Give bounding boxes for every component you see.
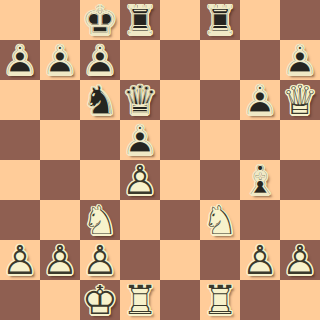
pawn-outline-glyph: ♙ [0,240,40,280]
square-d6[interactable]: ♛♕ [120,80,160,120]
piece-white-pawn[interactable]: ♟♙ [240,240,280,280]
knight-outline-glyph: ♘ [80,80,120,120]
pawn-outline-glyph: ♙ [80,240,120,280]
piece-white-pawn[interactable]: ♟♙ [280,240,320,280]
queen-filled-glyph: ♛ [280,80,320,120]
square-f4[interactable] [200,160,240,200]
pawn-filled-glyph: ♟ [80,240,120,280]
king-filled-glyph: ♚ [80,0,120,40]
square-h1[interactable] [280,280,320,320]
queen-outline-glyph: ♕ [120,80,160,120]
square-b7[interactable]: ♟♙ [40,40,80,80]
pawn-filled-glyph: ♟ [280,240,320,280]
queen-filled-glyph: ♛ [120,80,160,120]
pawn-outline-glyph: ♙ [0,40,40,80]
pawn-filled-glyph: ♟ [240,80,280,120]
square-e1[interactable] [160,280,200,320]
square-h5[interactable] [280,120,320,160]
square-h8[interactable] [280,0,320,40]
rook-filled-glyph: ♜ [120,280,160,320]
piece-white-king[interactable]: ♚♔ [80,280,120,320]
piece-white-rook[interactable]: ♜♖ [200,280,240,320]
square-a6[interactable] [0,80,40,120]
square-g8[interactable] [240,0,280,40]
square-g7[interactable] [240,40,280,80]
rook-filled-glyph: ♜ [200,0,240,40]
king-outline-glyph: ♔ [80,0,120,40]
square-f2[interactable] [200,240,240,280]
square-c4[interactable] [80,160,120,200]
knight-filled-glyph: ♞ [80,200,120,240]
square-d7[interactable] [120,40,160,80]
bishop-outline-glyph: ♗ [240,160,280,200]
piece-black-rook[interactable]: ♜♖ [120,0,160,40]
square-c7[interactable]: ♟♙ [80,40,120,80]
piece-black-pawn[interactable]: ♟♙ [0,40,40,80]
pawn-filled-glyph: ♟ [80,40,120,80]
piece-white-pawn[interactable]: ♟♙ [120,160,160,200]
square-c8[interactable]: ♚♔ [80,0,120,40]
piece-black-king[interactable]: ♚♔ [80,0,120,40]
piece-white-pawn[interactable]: ♟♙ [40,240,80,280]
pawn-outline-glyph: ♙ [120,160,160,200]
square-f5[interactable] [200,120,240,160]
piece-black-rook[interactable]: ♜♖ [200,0,240,40]
square-c1[interactable]: ♚♔ [80,280,120,320]
rook-outline-glyph: ♖ [200,0,240,40]
square-d1[interactable]: ♜♖ [120,280,160,320]
square-e5[interactable] [160,120,200,160]
pawn-outline-glyph: ♙ [240,80,280,120]
square-c5[interactable] [80,120,120,160]
square-b5[interactable] [40,120,80,160]
square-g3[interactable] [240,200,280,240]
square-h4[interactable] [280,160,320,200]
square-d3[interactable] [120,200,160,240]
square-c3[interactable]: ♞♘ [80,200,120,240]
knight-outline-glyph: ♘ [200,200,240,240]
square-c2[interactable]: ♟♙ [80,240,120,280]
pawn-filled-glyph: ♟ [0,40,40,80]
square-f6[interactable] [200,80,240,120]
square-b2[interactable]: ♟♙ [40,240,80,280]
square-f3[interactable]: ♞♘ [200,200,240,240]
square-a2[interactable]: ♟♙ [0,240,40,280]
pawn-outline-glyph: ♙ [120,120,160,160]
king-outline-glyph: ♔ [80,280,120,320]
piece-black-queen[interactable]: ♛♕ [120,80,160,120]
square-g2[interactable]: ♟♙ [240,240,280,280]
square-d5[interactable]: ♟♙ [120,120,160,160]
square-h3[interactable] [280,200,320,240]
pawn-outline-glyph: ♙ [80,40,120,80]
pawn-filled-glyph: ♟ [0,240,40,280]
square-a8[interactable] [0,0,40,40]
square-a1[interactable] [0,280,40,320]
square-a4[interactable] [0,160,40,200]
square-h6[interactable]: ♛♕ [280,80,320,120]
pawn-filled-glyph: ♟ [120,160,160,200]
piece-white-knight[interactable]: ♞♘ [80,200,120,240]
knight-filled-glyph: ♞ [200,200,240,240]
rook-filled-glyph: ♜ [200,280,240,320]
square-b6[interactable] [40,80,80,120]
pawn-filled-glyph: ♟ [40,240,80,280]
square-b1[interactable] [40,280,80,320]
knight-filled-glyph: ♞ [80,80,120,120]
piece-black-bishop[interactable]: ♝♗ [240,160,280,200]
square-e8[interactable] [160,0,200,40]
piece-black-pawn[interactable]: ♟♙ [40,40,80,80]
pawn-outline-glyph: ♙ [280,40,320,80]
rook-outline-glyph: ♖ [120,280,160,320]
piece-black-pawn[interactable]: ♟♙ [120,120,160,160]
queen-outline-glyph: ♕ [280,80,320,120]
square-d2[interactable] [120,240,160,280]
knight-outline-glyph: ♘ [80,200,120,240]
pawn-outline-glyph: ♙ [40,240,80,280]
pawn-outline-glyph: ♙ [240,240,280,280]
pawn-outline-glyph: ♙ [280,240,320,280]
square-g1[interactable] [240,280,280,320]
piece-black-knight[interactable]: ♞♘ [80,80,120,120]
square-f7[interactable] [200,40,240,80]
square-d8[interactable]: ♜♖ [120,0,160,40]
pawn-filled-glyph: ♟ [40,40,80,80]
piece-black-pawn[interactable]: ♟♙ [240,80,280,120]
rook-outline-glyph: ♖ [120,0,160,40]
chess-board: ♚♔♜♖♜♖♟♙♟♙♟♙♟♙♞♘♛♕♟♙♛♕♟♙♟♙♝♗♞♘♞♘♟♙♟♙♟♙♟♙… [0,0,320,320]
square-e6[interactable] [160,80,200,120]
rook-outline-glyph: ♖ [200,280,240,320]
square-g5[interactable] [240,120,280,160]
square-a5[interactable] [0,120,40,160]
piece-white-knight[interactable]: ♞♘ [200,200,240,240]
square-f1[interactable]: ♜♖ [200,280,240,320]
rook-filled-glyph: ♜ [120,0,160,40]
piece-white-queen[interactable]: ♛♕ [280,80,320,120]
square-a7[interactable]: ♟♙ [0,40,40,80]
pawn-filled-glyph: ♟ [240,240,280,280]
square-h7[interactable]: ♟♙ [280,40,320,80]
square-e4[interactable] [160,160,200,200]
king-filled-glyph: ♚ [80,280,120,320]
square-e2[interactable] [160,240,200,280]
piece-black-pawn[interactable]: ♟♙ [280,40,320,80]
square-a3[interactable] [0,200,40,240]
piece-white-pawn[interactable]: ♟♙ [0,240,40,280]
square-f8[interactable]: ♜♖ [200,0,240,40]
square-b8[interactable] [40,0,80,40]
square-g4[interactable]: ♝♗ [240,160,280,200]
pawn-outline-glyph: ♙ [40,40,80,80]
piece-white-pawn[interactable]: ♟♙ [80,240,120,280]
piece-black-pawn[interactable]: ♟♙ [80,40,120,80]
pawn-filled-glyph: ♟ [120,120,160,160]
pawn-filled-glyph: ♟ [280,40,320,80]
square-h2[interactable]: ♟♙ [280,240,320,280]
square-e3[interactable] [160,200,200,240]
square-c6[interactable]: ♞♘ [80,80,120,120]
piece-white-rook[interactable]: ♜♖ [120,280,160,320]
square-d4[interactable]: ♟♙ [120,160,160,200]
square-b4[interactable] [40,160,80,200]
square-g6[interactable]: ♟♙ [240,80,280,120]
square-e7[interactable] [160,40,200,80]
bishop-filled-glyph: ♝ [240,160,280,200]
square-b3[interactable] [40,200,80,240]
